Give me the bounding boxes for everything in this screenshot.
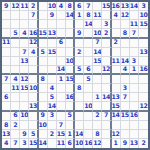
cell-r2c6[interactable]: 9 <box>48 11 57 20</box>
cell-r2c16[interactable]: 10 <box>139 11 148 20</box>
cell-r7c1[interactable] <box>2 57 11 66</box>
cell-r8c15[interactable]: 1 <box>130 66 139 75</box>
cell-r13c3[interactable]: 10 <box>20 112 29 121</box>
cell-r10c6[interactable]: 4 <box>48 84 57 93</box>
cell-r13c5[interactable]: 9 <box>39 112 48 121</box>
cell-r3c15[interactable]: 11 <box>130 20 139 29</box>
cell-r12c10[interactable]: 10 <box>84 102 93 111</box>
cell-r4c4[interactable]: 16 <box>29 29 38 38</box>
cell-r6c1[interactable] <box>2 48 11 57</box>
cell-r3c13[interactable] <box>112 20 121 29</box>
cell-r1c11[interactable] <box>93 2 102 11</box>
cell-r3c4[interactable] <box>29 20 38 29</box>
cell-r6c8[interactable] <box>66 48 75 57</box>
cell-r15c5[interactable] <box>39 130 48 139</box>
cell-r15c3[interactable]: 9 <box>20 130 29 139</box>
cell-r11c1[interactable]: 6 <box>2 93 11 102</box>
cell-r5c16[interactable] <box>139 39 148 48</box>
cell-r6c3[interactable]: 7 <box>20 48 29 57</box>
cell-r12c1[interactable] <box>2 102 11 111</box>
cell-r10c11[interactable] <box>93 84 102 93</box>
cell-r4c12[interactable]: 2 <box>102 29 111 38</box>
cell-r14c5[interactable]: 10 <box>39 121 48 130</box>
cell-r7c3[interactable]: 13 <box>20 57 29 66</box>
cell-r2c2[interactable] <box>11 11 20 20</box>
cell-r2c14[interactable]: 12 <box>121 11 130 20</box>
cell-r8c14[interactable]: 4 <box>121 66 130 75</box>
cell-r7c5[interactable] <box>39 57 48 66</box>
cell-r13c12[interactable]: 7 <box>102 112 111 121</box>
cell-r1c12[interactable]: 15 <box>102 2 111 11</box>
cell-r1c9[interactable]: 6 <box>75 2 84 11</box>
cell-r2c8[interactable]: 14 <box>66 11 75 20</box>
cell-r10c3[interactable]: 15 <box>20 84 29 93</box>
cell-r7c4[interactable] <box>29 57 38 66</box>
cell-r15c13[interactable]: 12 <box>112 130 121 139</box>
cell-r5c3[interactable] <box>20 39 29 48</box>
cell-r11c10[interactable] <box>84 93 93 102</box>
cell-r16c6[interactable] <box>48 139 57 148</box>
cell-r8c2[interactable] <box>11 66 20 75</box>
cell-r13c15[interactable]: 16 <box>130 112 139 121</box>
cell-r11c5[interactable] <box>39 93 48 102</box>
cell-r7c11[interactable]: 15 <box>93 57 102 66</box>
cell-r11c11[interactable]: 1 <box>93 93 102 102</box>
cell-r3c6[interactable] <box>48 20 57 29</box>
cell-r2c1[interactable] <box>2 11 11 20</box>
cell-r13c9[interactable] <box>75 112 84 121</box>
cell-r2c7[interactable] <box>57 11 66 20</box>
cell-r16c3[interactable]: 3 <box>20 139 29 148</box>
cell-r4c1[interactable] <box>2 29 11 38</box>
cell-r14c1[interactable]: 8 <box>2 121 11 130</box>
cell-r3c2[interactable] <box>11 20 20 29</box>
cell-r10c12[interactable] <box>102 84 111 93</box>
cell-r14c2[interactable]: 2 <box>11 121 20 130</box>
cell-r10c9[interactable]: 8 <box>75 84 84 93</box>
cell-r7c10[interactable] <box>84 57 93 66</box>
cell-r14c16[interactable] <box>139 121 148 130</box>
cell-r10c4[interactable]: 10 <box>29 84 38 93</box>
cell-r11c14[interactable]: 7 <box>121 93 130 102</box>
cell-r4c3[interactable]: 4 <box>20 29 29 38</box>
cell-r16c9[interactable]: 10 <box>75 139 84 148</box>
cell-r14c13[interactable] <box>112 121 121 130</box>
cell-r12c14[interactable] <box>121 102 130 111</box>
cell-r9c10[interactable]: 5 <box>84 75 93 84</box>
cell-r6c6[interactable]: 15 <box>48 48 57 57</box>
cell-r12c15[interactable] <box>130 102 139 111</box>
cell-r2c10[interactable]: 8 <box>84 11 93 20</box>
cell-r16c10[interactable]: 16 <box>84 139 93 148</box>
cell-r9c12[interactable] <box>102 75 111 84</box>
cell-r6c2[interactable] <box>11 48 20 57</box>
cell-r9c7[interactable]: 1 <box>57 75 66 84</box>
cell-r11c4[interactable] <box>29 93 38 102</box>
cell-r4c11[interactable]: 10 <box>93 29 102 38</box>
cell-r1c5[interactable] <box>39 2 48 11</box>
cell-r11c6[interactable]: 5 <box>48 93 57 102</box>
cell-r15c12[interactable] <box>102 130 111 139</box>
cell-r12c4[interactable]: 13 <box>29 102 38 111</box>
cell-r5c15[interactable] <box>130 39 139 48</box>
cell-r4c8[interactable] <box>66 29 75 38</box>
cell-r15c15[interactable] <box>130 130 139 139</box>
cell-r13c16[interactable] <box>139 112 148 121</box>
cell-r8c1[interactable] <box>2 66 11 75</box>
cell-r7c12[interactable] <box>102 57 111 66</box>
cell-r6c15[interactable] <box>130 48 139 57</box>
cell-r2c15[interactable] <box>130 11 139 20</box>
cell-r13c11[interactable]: 2 <box>93 112 102 121</box>
cell-r6c5[interactable]: 5 <box>39 48 48 57</box>
cell-r7c7[interactable] <box>57 57 66 66</box>
cell-r15c16[interactable] <box>139 130 148 139</box>
cell-r9c16[interactable] <box>139 75 148 84</box>
cell-r1c15[interactable]: 14 <box>130 2 139 11</box>
cell-r13c6[interactable]: 3 <box>48 112 57 121</box>
cell-r14c8[interactable] <box>66 121 75 130</box>
cell-r15c7[interactable]: 15 <box>57 130 66 139</box>
cell-r15c9[interactable]: 14 <box>75 130 84 139</box>
cell-r12c9[interactable] <box>75 102 84 111</box>
cell-r15c8[interactable]: 1 <box>66 130 75 139</box>
cell-r4c14[interactable]: 8 <box>121 29 130 38</box>
cell-r1c1[interactable]: 9 <box>2 2 11 11</box>
cell-r16c12[interactable] <box>102 139 111 148</box>
cell-r10c16[interactable] <box>139 84 148 93</box>
cell-r4c15[interactable]: 7 <box>130 29 139 38</box>
cell-r6c13[interactable] <box>112 48 121 57</box>
cell-r11c2[interactable] <box>11 93 20 102</box>
cell-r5c6[interactable] <box>48 39 57 48</box>
cell-r3c7[interactable] <box>57 20 66 29</box>
cell-r9c13[interactable] <box>112 75 121 84</box>
cell-r3c10[interactable]: 14 <box>84 20 93 29</box>
cell-r5c7[interactable]: 6 <box>57 39 66 48</box>
cell-r7c9[interactable] <box>75 57 84 66</box>
cell-r16c13[interactable]: 1 <box>112 139 121 148</box>
cell-r7c8[interactable]: 10 <box>66 57 75 66</box>
cell-r15c1[interactable]: 13 <box>2 130 11 139</box>
cell-r9c4[interactable] <box>29 75 38 84</box>
cell-r1c14[interactable]: 13 <box>121 2 130 11</box>
cell-r6c12[interactable] <box>102 48 111 57</box>
cell-r4c16[interactable] <box>139 29 148 38</box>
cell-r13c8[interactable]: 5 <box>66 112 75 121</box>
cell-r12c3[interactable] <box>20 102 29 111</box>
cell-r6c4[interactable]: 4 <box>29 48 38 57</box>
cell-r9c2[interactable]: 4 <box>11 75 20 84</box>
cell-r9c5[interactable]: 8 <box>39 75 48 84</box>
cell-r11c13[interactable]: 13 <box>112 93 121 102</box>
cell-r7c6[interactable] <box>48 57 57 66</box>
cell-r5c10[interactable] <box>84 39 93 48</box>
cell-r8c4[interactable] <box>29 66 38 75</box>
cell-r15c4[interactable]: 5 <box>29 130 38 139</box>
cell-r3c1[interactable] <box>2 20 11 29</box>
cell-r16c15[interactable]: 13 <box>130 139 139 148</box>
cell-r13c7[interactable] <box>57 112 66 121</box>
cell-r1c4[interactable]: 2 <box>29 2 38 11</box>
cell-r11c7[interactable] <box>57 93 66 102</box>
cell-r4c13[interactable] <box>112 29 121 38</box>
cell-r11c15[interactable] <box>130 93 139 102</box>
cell-r12c2[interactable] <box>11 102 20 111</box>
cell-r3c3[interactable] <box>20 20 29 29</box>
cell-r6c14[interactable] <box>121 48 130 57</box>
cell-r1c8[interactable]: 8 <box>66 2 75 11</box>
cell-r16c1[interactable]: 4 <box>2 139 11 148</box>
cell-r10c7[interactable] <box>57 84 66 93</box>
cell-r9c1[interactable]: 7 <box>2 75 11 84</box>
cell-r14c15[interactable] <box>130 121 139 130</box>
cell-r8c16[interactable]: 16 <box>139 66 148 75</box>
cell-r7c15[interactable]: 3 <box>130 57 139 66</box>
cell-r12c13[interactable]: 15 <box>112 102 121 111</box>
cell-r15c2[interactable] <box>11 130 20 139</box>
cell-r5c9[interactable] <box>75 39 84 48</box>
cell-r5c1[interactable]: 11 <box>2 39 11 48</box>
cell-r12c6[interactable]: 14 <box>48 102 57 111</box>
cell-r14c12[interactable] <box>102 121 111 130</box>
cell-r16c11[interactable]: 12 <box>93 139 102 148</box>
cell-r11c3[interactable] <box>20 93 29 102</box>
cell-r11c9[interactable] <box>75 93 84 102</box>
cell-r8c12[interactable]: 12 <box>102 66 111 75</box>
cell-r15c14[interactable] <box>121 130 130 139</box>
cell-r9c8[interactable]: 15 <box>66 75 75 84</box>
cell-r8c10[interactable]: 6 <box>84 66 93 75</box>
cell-r16c8[interactable]: 6 <box>66 139 75 148</box>
cell-r1c2[interactable]: 12 <box>11 2 20 11</box>
cell-r13c1[interactable] <box>2 112 11 121</box>
cell-r15c6[interactable]: 2 <box>48 130 57 139</box>
cell-r8c3[interactable] <box>20 66 29 75</box>
cell-r3c5[interactable] <box>39 20 48 29</box>
cell-r2c4[interactable]: 7 <box>29 11 38 20</box>
cell-r6c7[interactable] <box>57 48 66 57</box>
cell-r7c2[interactable] <box>11 57 20 66</box>
cell-r9c11[interactable] <box>93 75 102 84</box>
cell-r5c14[interactable] <box>121 39 130 48</box>
cell-r14c9[interactable] <box>75 121 84 130</box>
cell-r1c10[interactable]: 7 <box>84 2 93 11</box>
cell-r8c11[interactable] <box>93 66 102 75</box>
cell-r5c11[interactable]: 7 <box>93 39 102 48</box>
cell-r6c10[interactable] <box>84 48 93 57</box>
cell-r7c13[interactable]: 11 <box>112 57 121 66</box>
cell-r3c14[interactable] <box>121 20 130 29</box>
cell-r6c9[interactable]: 2 <box>75 48 84 57</box>
cell-r8c5[interactable] <box>39 66 48 75</box>
cell-r4c2[interactable]: 5 <box>11 29 20 38</box>
cell-r10c14[interactable]: 3 <box>121 84 130 93</box>
cell-r4c6[interactable]: 13 <box>48 29 57 38</box>
cell-r2c11[interactable]: 11 <box>93 11 102 20</box>
cell-r16c16[interactable]: 2 <box>139 139 148 148</box>
cell-r14c10[interactable] <box>84 121 93 130</box>
cell-r11c16[interactable] <box>139 93 148 102</box>
cell-r6c16[interactable]: 13 <box>139 48 148 57</box>
cell-r12c5[interactable] <box>39 102 48 111</box>
cell-r3c8[interactable] <box>66 20 75 29</box>
cell-r8c8[interactable] <box>66 66 75 75</box>
cell-r13c10[interactable] <box>84 112 93 121</box>
cell-r2c12[interactable] <box>102 11 111 20</box>
cell-r8c6[interactable] <box>48 66 57 75</box>
cell-r16c14[interactable]: 9 <box>121 139 130 148</box>
cell-r15c10[interactable] <box>84 130 93 139</box>
cell-r2c5[interactable] <box>39 11 48 20</box>
cell-r4c10[interactable] <box>84 29 93 38</box>
cell-r4c5[interactable]: 15 <box>39 29 48 38</box>
cell-r14c7[interactable]: 7 <box>57 121 66 130</box>
cell-r10c2[interactable]: 11 <box>11 84 20 93</box>
sudoku-board: 9121121048671516131437914181141210143111… <box>0 0 150 150</box>
cell-r9c15[interactable] <box>130 75 139 84</box>
cell-r13c4[interactable] <box>29 112 38 121</box>
cell-r10c5[interactable] <box>39 84 48 93</box>
cell-r8c9[interactable]: 5 <box>75 66 84 75</box>
cell-r11c8[interactable]: 16 <box>66 93 75 102</box>
cell-r9c9[interactable] <box>75 75 84 84</box>
cell-r16c5[interactable]: 14 <box>39 139 48 148</box>
cell-r4c7[interactable] <box>57 29 66 38</box>
cell-r16c4[interactable]: 15 <box>29 139 38 148</box>
cell-r14c4[interactable] <box>29 121 38 130</box>
cell-r9c14[interactable] <box>121 75 130 84</box>
cell-r12c11[interactable] <box>93 102 102 111</box>
cell-r2c13[interactable]: 4 <box>112 11 121 20</box>
cell-r5c13[interactable]: 2 <box>112 39 121 48</box>
cell-r6c11[interactable]: 14 <box>93 48 102 57</box>
cell-r10c15[interactable] <box>130 84 139 93</box>
cell-r1c16[interactable]: 3 <box>139 2 148 11</box>
cell-r12c16[interactable]: 12 <box>139 102 148 111</box>
cell-r4c9[interactable]: 9 <box>75 29 84 38</box>
cell-r5c5[interactable] <box>39 39 48 48</box>
cell-r3c12[interactable]: 3 <box>102 20 111 29</box>
cell-r12c7[interactable] <box>57 102 66 111</box>
cell-r13c14[interactable]: 15 <box>121 112 130 121</box>
cell-r1c3[interactable]: 11 <box>20 2 29 11</box>
cell-r5c12[interactable] <box>102 39 111 48</box>
cell-r10c1[interactable] <box>2 84 11 93</box>
cell-r15c11[interactable]: 8 <box>93 130 102 139</box>
cell-r5c2[interactable] <box>11 39 20 48</box>
cell-r12c8[interactable] <box>66 102 75 111</box>
cell-r7c16[interactable] <box>139 57 148 66</box>
cell-r12c12[interactable] <box>102 102 111 111</box>
cell-r3c11[interactable] <box>93 20 102 29</box>
cell-r10c8[interactable] <box>66 84 75 93</box>
cell-r5c4[interactable]: 12 <box>29 39 38 48</box>
cell-r7c14[interactable]: 14 <box>121 57 130 66</box>
cell-r14c14[interactable] <box>121 121 130 130</box>
cell-r5c8[interactable] <box>66 39 75 48</box>
cell-r14c6[interactable] <box>48 121 57 130</box>
cell-r11c12[interactable]: 14 <box>102 93 111 102</box>
cell-r13c13[interactable]: 14 <box>112 112 121 121</box>
cell-r14c11[interactable] <box>93 121 102 130</box>
cell-r8c13[interactable] <box>112 66 121 75</box>
cell-r3c16[interactable]: 15 <box>139 20 148 29</box>
cell-r10c13[interactable] <box>112 84 121 93</box>
cell-r9c3[interactable]: 12 <box>20 75 29 84</box>
cell-r16c2[interactable]: 7 <box>11 139 20 148</box>
cell-r14c3[interactable] <box>20 121 29 130</box>
cell-r1c13[interactable]: 16 <box>112 2 121 11</box>
cell-r13c2[interactable]: 6 <box>11 112 20 121</box>
cell-r1c7[interactable]: 4 <box>57 2 66 11</box>
cell-r1c6[interactable]: 10 <box>48 2 57 11</box>
cell-r2c3[interactable] <box>20 11 29 20</box>
cell-r3c9[interactable] <box>75 20 84 29</box>
cell-r16c7[interactable]: 11 <box>57 139 66 148</box>
cell-r9c6[interactable] <box>48 75 57 84</box>
cell-r2c9[interactable]: 1 <box>75 11 84 20</box>
cell-r10c10[interactable] <box>84 84 93 93</box>
cell-r8c7[interactable]: 14 <box>57 66 66 75</box>
